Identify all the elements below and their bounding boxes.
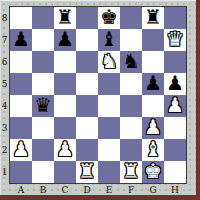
square-b8[interactable] xyxy=(32,7,54,29)
square-a6[interactable] xyxy=(10,51,32,73)
rank-labels: 87654321 xyxy=(0,7,9,183)
rank-label-3: 3 xyxy=(0,117,9,139)
square-e1[interactable] xyxy=(98,161,120,183)
square-c2[interactable]: ♟ xyxy=(54,139,76,161)
square-e6[interactable]: ♞ xyxy=(98,51,120,73)
square-b1[interactable] xyxy=(32,161,54,183)
square-b5[interactable] xyxy=(32,73,54,95)
square-c4[interactable] xyxy=(54,95,76,117)
square-b2[interactable] xyxy=(32,139,54,161)
black-pawn[interactable]: ♟ xyxy=(12,29,30,49)
square-f2[interactable] xyxy=(120,139,142,161)
white-pawn[interactable]: ♟ xyxy=(166,95,184,115)
square-b4[interactable]: ♛ xyxy=(32,95,54,117)
square-c7[interactable]: ♟ xyxy=(54,29,76,51)
square-f3[interactable] xyxy=(120,117,142,139)
square-a1[interactable] xyxy=(10,161,32,183)
black-rook[interactable]: ♜ xyxy=(144,7,162,27)
black-pawn[interactable]: ♟ xyxy=(56,29,74,49)
square-b6[interactable] xyxy=(32,51,54,73)
square-a4[interactable] xyxy=(10,95,32,117)
square-c5[interactable] xyxy=(54,73,76,95)
square-a8[interactable] xyxy=(10,7,32,29)
black-knight[interactable]: ♞ xyxy=(122,51,140,71)
square-g7[interactable] xyxy=(142,29,164,51)
file-label-b: B xyxy=(32,185,54,195)
square-f8[interactable] xyxy=(120,7,142,29)
square-h2[interactable] xyxy=(164,139,186,161)
white-rook[interactable]: ♜ xyxy=(122,161,140,181)
square-d3[interactable] xyxy=(76,117,98,139)
white-pawn[interactable]: ♟ xyxy=(12,139,30,159)
file-label-h: H xyxy=(164,185,186,195)
square-g8[interactable]: ♜ xyxy=(142,7,164,29)
white-pawn[interactable]: ♟ xyxy=(144,117,162,137)
file-labels: ABCDEFGH xyxy=(10,185,186,195)
file-label-d: D xyxy=(76,185,98,195)
square-g3[interactable]: ♟ xyxy=(142,117,164,139)
square-d7[interactable] xyxy=(76,29,98,51)
square-a3[interactable] xyxy=(10,117,32,139)
file-label-g: G xyxy=(142,185,164,195)
square-f7[interactable] xyxy=(120,29,142,51)
square-d2[interactable] xyxy=(76,139,98,161)
square-c6[interactable] xyxy=(54,51,76,73)
square-b3[interactable] xyxy=(32,117,54,139)
square-f5[interactable] xyxy=(120,73,142,95)
chessboard-window: 87654321 ABCDEFGH ♜♚♜♟♟♝♛♞♞♟♟♛♟♟♟♟♝♜♜♚ xyxy=(0,0,200,200)
chess-board[interactable]: ♜♚♜♟♟♝♛♞♞♟♟♛♟♟♟♟♝♜♜♚ xyxy=(9,6,187,184)
square-f4[interactable] xyxy=(120,95,142,117)
white-king[interactable]: ♚ xyxy=(144,161,162,181)
square-g6[interactable] xyxy=(142,51,164,73)
file-label-e: E xyxy=(98,185,120,195)
square-h1[interactable] xyxy=(164,161,186,183)
square-g4[interactable] xyxy=(142,95,164,117)
white-rook[interactable]: ♜ xyxy=(78,161,96,181)
white-bishop[interactable]: ♝ xyxy=(144,139,162,159)
file-label-f: F xyxy=(120,185,142,195)
rank-label-2: 2 xyxy=(0,139,9,161)
square-c8[interactable]: ♜ xyxy=(54,7,76,29)
black-bishop[interactable]: ♝ xyxy=(100,29,118,49)
black-queen[interactable]: ♛ xyxy=(34,95,52,115)
square-f1[interactable]: ♜ xyxy=(120,161,142,183)
square-h5[interactable]: ♟ xyxy=(164,73,186,95)
square-g5[interactable]: ♟ xyxy=(142,73,164,95)
square-c1[interactable] xyxy=(54,161,76,183)
square-h7[interactable]: ♛ xyxy=(164,29,186,51)
file-label-c: C xyxy=(54,185,76,195)
square-e7[interactable]: ♝ xyxy=(98,29,120,51)
black-rook[interactable]: ♜ xyxy=(56,7,74,27)
square-e8[interactable]: ♚ xyxy=(98,7,120,29)
square-a7[interactable]: ♟ xyxy=(10,29,32,51)
rank-label-8: 8 xyxy=(0,7,9,29)
black-pawn[interactable]: ♟ xyxy=(144,73,162,93)
square-e2[interactable] xyxy=(98,139,120,161)
square-b7[interactable] xyxy=(32,29,54,51)
rank-label-1: 1 xyxy=(0,161,9,183)
square-e4[interactable] xyxy=(98,95,120,117)
square-h6[interactable] xyxy=(164,51,186,73)
square-h8[interactable] xyxy=(164,7,186,29)
white-queen[interactable]: ♛ xyxy=(166,29,184,49)
rank-label-7: 7 xyxy=(0,29,9,51)
square-g2[interactable]: ♝ xyxy=(142,139,164,161)
square-d6[interactable] xyxy=(76,51,98,73)
square-a2[interactable]: ♟ xyxy=(10,139,32,161)
square-c3[interactable] xyxy=(54,117,76,139)
square-d5[interactable] xyxy=(76,73,98,95)
black-king[interactable]: ♚ xyxy=(100,7,118,27)
square-d8[interactable] xyxy=(76,7,98,29)
white-pawn[interactable]: ♟ xyxy=(56,139,74,159)
black-pawn[interactable]: ♟ xyxy=(166,73,184,93)
square-d4[interactable] xyxy=(76,95,98,117)
rank-label-6: 6 xyxy=(0,51,9,73)
square-e3[interactable] xyxy=(98,117,120,139)
square-d1[interactable]: ♜ xyxy=(76,161,98,183)
rank-label-5: 5 xyxy=(0,73,9,95)
square-h3[interactable] xyxy=(164,117,186,139)
square-h4[interactable]: ♟ xyxy=(164,95,186,117)
file-label-a: A xyxy=(10,185,32,195)
rank-label-4: 4 xyxy=(0,95,9,117)
square-f6[interactable]: ♞ xyxy=(120,51,142,73)
white-knight[interactable]: ♞ xyxy=(100,51,118,71)
square-g1[interactable]: ♚ xyxy=(142,161,164,183)
square-e5[interactable] xyxy=(98,73,120,95)
square-a5[interactable] xyxy=(10,73,32,95)
